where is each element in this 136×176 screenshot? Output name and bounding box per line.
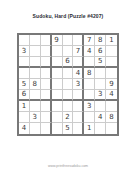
cell-r9c2	[30, 123, 41, 134]
cell-r1c4: 9	[52, 35, 63, 46]
cell-r3c4	[52, 57, 63, 68]
cell-r4c1	[19, 68, 30, 79]
cell-r7c3	[41, 101, 52, 112]
cell-r8c5: 2	[63, 112, 74, 123]
cell-r1c5	[63, 35, 74, 46]
cell-r3c1	[19, 57, 30, 68]
cell-r3c9	[106, 57, 117, 68]
cell-r2c6: 7	[73, 46, 84, 57]
cell-r5c9: 9	[106, 79, 117, 90]
cell-r6c4	[52, 90, 63, 101]
cell-r1c8: 8	[95, 35, 106, 46]
cell-r2c2	[30, 46, 41, 57]
cell-r3c8: 5	[95, 57, 106, 68]
cell-r7c7: 3	[84, 101, 95, 112]
cell-r3c2	[30, 57, 41, 68]
cell-r2c5	[63, 46, 74, 57]
cell-r4c4	[52, 68, 63, 79]
cell-r2c7: 4	[84, 46, 95, 57]
cell-r2c1: 3	[19, 46, 30, 57]
sudoku-board: 9781374665485839634133248451	[17, 33, 119, 136]
cell-r8c8: 4	[95, 112, 106, 123]
cell-r3c6	[73, 57, 84, 68]
cell-r5c1: 5	[19, 79, 30, 90]
cell-r8c1	[19, 112, 30, 123]
cell-r4c5	[63, 68, 74, 79]
cell-r7c6	[73, 101, 84, 112]
cell-r4c7: 8	[84, 68, 95, 79]
cell-r8c2: 3	[30, 112, 41, 123]
cell-r4c8	[95, 68, 106, 79]
cell-r6c5	[63, 90, 74, 101]
cell-r6c9: 4	[106, 90, 117, 101]
cell-r1c1	[19, 35, 30, 46]
cell-r6c2	[30, 90, 41, 101]
cell-r7c1: 1	[19, 101, 30, 112]
cell-r7c4	[52, 101, 63, 112]
cell-r7c5	[63, 101, 74, 112]
cell-r8c3	[41, 112, 52, 123]
cell-r9c3	[41, 123, 52, 134]
cell-r3c5: 6	[63, 57, 74, 68]
cell-r6c3	[41, 90, 52, 101]
cell-r5c7	[84, 79, 95, 90]
cell-r2c8: 6	[95, 46, 106, 57]
cell-r7c9	[106, 101, 117, 112]
cell-r9c5: 5	[63, 123, 74, 134]
cell-r8c6	[73, 112, 84, 123]
cell-r6c1: 6	[19, 90, 30, 101]
cell-r2c4	[52, 46, 63, 57]
cell-r9c9	[106, 123, 117, 134]
cell-r8c7	[84, 112, 95, 123]
cell-r9c8	[95, 123, 106, 134]
footer-url: www.printfreesudoku.com	[0, 164, 136, 169]
cell-r5c4	[52, 79, 63, 90]
cell-r1c6	[73, 35, 84, 46]
cell-r9c6	[73, 123, 84, 134]
cell-r3c7	[84, 57, 95, 68]
cell-r5c2: 8	[30, 79, 41, 90]
cell-r5c8	[95, 79, 106, 90]
cell-r3c3	[41, 57, 52, 68]
cell-r1c9: 1	[106, 35, 117, 46]
cell-r8c4	[52, 112, 63, 123]
cell-r1c7: 7	[84, 35, 95, 46]
cell-r7c2	[30, 101, 41, 112]
cell-r1c3	[41, 35, 52, 46]
cell-r9c4	[52, 123, 63, 134]
cell-r5c5	[63, 79, 74, 90]
cell-r1c2	[30, 35, 41, 46]
cell-r9c7: 1	[84, 123, 95, 134]
cell-r7c8	[95, 101, 106, 112]
cell-r4c9	[106, 68, 117, 79]
cell-r4c3	[41, 68, 52, 79]
cell-r5c3	[41, 79, 52, 90]
cell-r6c7	[84, 90, 95, 101]
cell-r6c8: 3	[95, 90, 106, 101]
cell-r8c9: 8	[106, 112, 117, 123]
cell-r4c6: 4	[73, 68, 84, 79]
cell-r6c6	[73, 90, 84, 101]
cell-r5c6: 3	[73, 79, 84, 90]
cell-r4c2	[30, 68, 41, 79]
page-title: Sudoku, Hard (Puzzle #4207)	[0, 13, 136, 20]
cell-r2c3	[41, 46, 52, 57]
cell-r9c1: 4	[19, 123, 30, 134]
cell-r2c9	[106, 46, 117, 57]
sudoku-page: Sudoku, Hard (Puzzle #4207) 978137466548…	[0, 0, 136, 176]
